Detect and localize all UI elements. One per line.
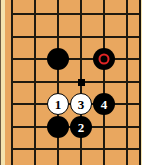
black-stone [47, 116, 69, 138]
white-stone: 1 [47, 93, 69, 115]
grid-line-horizontal [11, 36, 139, 38]
white-stone: 3 [70, 93, 92, 115]
grid-line-horizontal [11, 58, 139, 60]
page-background-strip-right [141, 0, 142, 165]
black-stone [47, 48, 69, 70]
grid-line-horizontal [11, 148, 139, 150]
black-stone: 4 [93, 93, 115, 115]
move-number-label: 2 [78, 121, 85, 134]
black-stone: 2 [70, 116, 92, 138]
move-number-label: 3 [78, 98, 85, 111]
black-stone [93, 48, 115, 70]
grid-line-horizontal [11, 13, 139, 15]
square-mark-icon [78, 79, 85, 86]
circle-mark-icon [99, 54, 110, 65]
grid-line-horizontal [11, 81, 139, 83]
move-number-label: 1 [55, 98, 62, 111]
go-diagram: 1342 [0, 0, 142, 165]
go-board: 1342 [5, 0, 139, 165]
move-number-label: 4 [101, 98, 108, 111]
